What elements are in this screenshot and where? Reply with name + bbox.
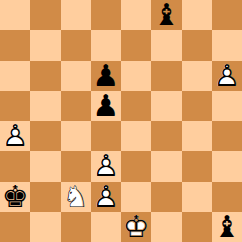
square-f8[interactable]: ♝ bbox=[151, 0, 181, 30]
square-f4[interactable] bbox=[151, 121, 181, 151]
black-pawn-icon: ♟ bbox=[92, 91, 119, 121]
square-b8[interactable] bbox=[30, 0, 60, 30]
piece-white-pawn[interactable]: ♟♙ bbox=[0, 121, 30, 151]
white-knight-outline-icon: ♘ bbox=[62, 182, 89, 212]
square-f7[interactable] bbox=[151, 30, 181, 60]
square-c3[interactable] bbox=[61, 151, 91, 181]
square-a8[interactable] bbox=[0, 0, 30, 30]
square-b1[interactable] bbox=[30, 212, 60, 242]
square-d6[interactable]: ♟ bbox=[91, 61, 121, 91]
square-g5[interactable] bbox=[182, 91, 212, 121]
piece-black-pawn[interactable]: ♟ bbox=[91, 91, 121, 121]
white-pawn-outline-icon: ♙ bbox=[213, 61, 240, 91]
square-c4[interactable] bbox=[61, 121, 91, 151]
piece-black-pawn[interactable]: ♟ bbox=[91, 61, 121, 91]
square-f2[interactable] bbox=[151, 182, 181, 212]
square-f1[interactable] bbox=[151, 212, 181, 242]
square-a2[interactable]: ♚ bbox=[0, 182, 30, 212]
square-f6[interactable] bbox=[151, 61, 181, 91]
square-g4[interactable] bbox=[182, 121, 212, 151]
square-e8[interactable] bbox=[121, 0, 151, 30]
white-pawn-outline-icon: ♙ bbox=[92, 182, 119, 212]
square-h3[interactable] bbox=[212, 151, 242, 181]
square-a1[interactable] bbox=[0, 212, 30, 242]
piece-white-knight[interactable]: ♞♘ bbox=[61, 182, 91, 212]
piece-white-king[interactable]: ♚♔ bbox=[121, 212, 151, 242]
chess-board: ♝♟♟♙♟♟♙♟♙♚♞♘♟♙♚♔♝ bbox=[0, 0, 242, 242]
square-e2[interactable] bbox=[121, 182, 151, 212]
piece-black-bishop[interactable]: ♝ bbox=[212, 212, 242, 242]
square-a6[interactable] bbox=[0, 61, 30, 91]
square-e1[interactable]: ♚♔ bbox=[121, 212, 151, 242]
square-h1[interactable]: ♝ bbox=[212, 212, 242, 242]
square-e5[interactable] bbox=[121, 91, 151, 121]
square-b2[interactable] bbox=[30, 182, 60, 212]
square-e3[interactable] bbox=[121, 151, 151, 181]
square-g7[interactable] bbox=[182, 30, 212, 60]
black-pawn-icon: ♟ bbox=[92, 61, 119, 91]
square-c8[interactable] bbox=[61, 0, 91, 30]
square-h8[interactable] bbox=[212, 0, 242, 30]
square-g3[interactable] bbox=[182, 151, 212, 181]
square-d8[interactable] bbox=[91, 0, 121, 30]
square-d3[interactable]: ♟♙ bbox=[91, 151, 121, 181]
white-king-outline-icon: ♔ bbox=[123, 212, 150, 242]
square-h6[interactable]: ♟♙ bbox=[212, 61, 242, 91]
square-g2[interactable] bbox=[182, 182, 212, 212]
square-h4[interactable] bbox=[212, 121, 242, 151]
square-c6[interactable] bbox=[61, 61, 91, 91]
square-d7[interactable] bbox=[91, 30, 121, 60]
square-a4[interactable]: ♟♙ bbox=[0, 121, 30, 151]
square-d5[interactable]: ♟ bbox=[91, 91, 121, 121]
square-b4[interactable] bbox=[30, 121, 60, 151]
square-g6[interactable] bbox=[182, 61, 212, 91]
square-d4[interactable] bbox=[91, 121, 121, 151]
piece-black-bishop[interactable]: ♝ bbox=[151, 0, 181, 30]
square-c5[interactable] bbox=[61, 91, 91, 121]
square-f3[interactable] bbox=[151, 151, 181, 181]
square-e4[interactable] bbox=[121, 121, 151, 151]
square-e6[interactable] bbox=[121, 61, 151, 91]
square-a5[interactable] bbox=[0, 91, 30, 121]
square-b3[interactable] bbox=[30, 151, 60, 181]
square-g1[interactable] bbox=[182, 212, 212, 242]
square-b5[interactable] bbox=[30, 91, 60, 121]
square-b6[interactable] bbox=[30, 61, 60, 91]
square-e7[interactable] bbox=[121, 30, 151, 60]
square-c7[interactable] bbox=[61, 30, 91, 60]
square-b7[interactable] bbox=[30, 30, 60, 60]
square-c1[interactable] bbox=[61, 212, 91, 242]
square-a3[interactable] bbox=[0, 151, 30, 181]
black-king-icon: ♚ bbox=[2, 182, 29, 212]
piece-white-pawn[interactable]: ♟♙ bbox=[91, 182, 121, 212]
square-h5[interactable] bbox=[212, 91, 242, 121]
piece-white-pawn[interactable]: ♟♙ bbox=[212, 61, 242, 91]
square-d2[interactable]: ♟♙ bbox=[91, 182, 121, 212]
white-pawn-outline-icon: ♙ bbox=[2, 121, 29, 151]
square-g8[interactable] bbox=[182, 0, 212, 30]
square-h7[interactable] bbox=[212, 30, 242, 60]
square-f5[interactable] bbox=[151, 91, 181, 121]
white-pawn-outline-icon: ♙ bbox=[92, 151, 119, 181]
piece-white-pawn[interactable]: ♟♙ bbox=[91, 151, 121, 181]
black-bishop-icon: ♝ bbox=[213, 212, 240, 242]
piece-black-king[interactable]: ♚ bbox=[0, 182, 30, 212]
square-a7[interactable] bbox=[0, 30, 30, 60]
square-h2[interactable] bbox=[212, 182, 242, 212]
square-c2[interactable]: ♞♘ bbox=[61, 182, 91, 212]
square-d1[interactable] bbox=[91, 212, 121, 242]
black-bishop-icon: ♝ bbox=[153, 0, 180, 30]
